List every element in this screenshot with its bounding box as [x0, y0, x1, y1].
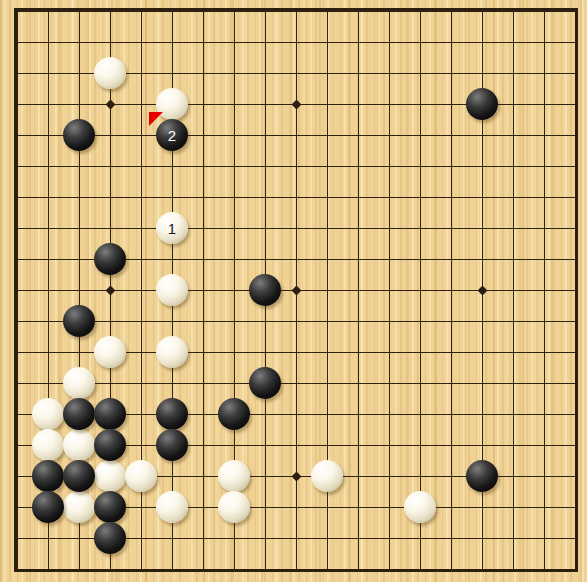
stone-black-B3 [32, 491, 64, 523]
star-point [292, 286, 302, 296]
stone-white-D17 [94, 57, 126, 89]
stone-white-H3 [218, 491, 250, 523]
stone-black-F5 [156, 429, 188, 461]
stone-white-C3 [63, 491, 95, 523]
stone-white-D4 [94, 460, 126, 492]
stone-white-F8 [156, 336, 188, 368]
stone-black-D6 [94, 398, 126, 430]
stone-black-F15: 2 [156, 119, 188, 151]
stone-white-F12: 1 [156, 212, 188, 244]
stone-white-F3 [156, 491, 188, 523]
stone-black-D5 [94, 429, 126, 461]
stone-white-B5 [32, 429, 64, 461]
stone-black-D3 [94, 491, 126, 523]
stone-black-H6 [218, 398, 250, 430]
star-point [106, 100, 116, 110]
star-point [478, 286, 488, 296]
move-number-label: 2 [168, 128, 176, 143]
stone-black-C6 [63, 398, 95, 430]
stone-black-C9 [63, 305, 95, 337]
stone-black-J10 [249, 274, 281, 306]
stone-white-L4 [311, 460, 343, 492]
star-point [292, 100, 302, 110]
go-board-canvas: 12 [0, 0, 587, 582]
stone-white-E4 [125, 460, 157, 492]
stone-black-D11 [94, 243, 126, 275]
go-board[interactable]: 12 [14, 8, 578, 572]
stone-black-D2 [94, 522, 126, 554]
stone-white-D8 [94, 336, 126, 368]
star-point [292, 472, 302, 482]
stone-white-C7 [63, 367, 95, 399]
stone-white-O3 [404, 491, 436, 523]
stone-white-F10 [156, 274, 188, 306]
stone-black-C15 [63, 119, 95, 151]
stone-black-C4 [63, 460, 95, 492]
move-number-label: 1 [168, 221, 176, 236]
stone-black-J7 [249, 367, 281, 399]
stone-white-C5 [63, 429, 95, 461]
star-point [106, 286, 116, 296]
stone-black-Q16 [466, 88, 498, 120]
stone-black-F6 [156, 398, 188, 430]
stone-white-H4 [218, 460, 250, 492]
stone-black-Q4 [466, 460, 498, 492]
stone-white-B6 [32, 398, 64, 430]
stone-black-B4 [32, 460, 64, 492]
